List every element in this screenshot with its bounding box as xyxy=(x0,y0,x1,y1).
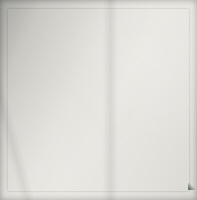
chess-board[interactable] xyxy=(8,9,189,191)
board-photo xyxy=(0,0,197,200)
